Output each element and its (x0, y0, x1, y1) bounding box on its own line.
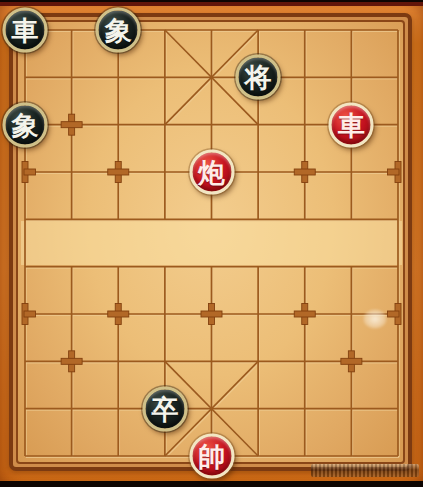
piece-glyph: 炮 (198, 158, 225, 185)
piece-black-elephant-b[interactable]: 象 (3, 102, 48, 147)
piece-black-soldier[interactable]: 卒 (142, 386, 187, 431)
piece-glyph: 将 (245, 64, 272, 91)
watermark-smudge (311, 464, 419, 477)
piece-red-cannon[interactable]: 炮 (189, 149, 234, 194)
screenshot-stage: 車象将象車炮卒帥 (0, 0, 423, 487)
piece-black-general[interactable]: 将 (236, 55, 281, 100)
piece-red-chariot[interactable]: 車 (329, 102, 374, 147)
piece-glyph: 象 (12, 111, 39, 138)
piece-black-elephant-a[interactable]: 象 (96, 8, 141, 53)
piece-glyph: 帥 (198, 442, 225, 469)
piece-red-general[interactable]: 帥 (189, 433, 234, 478)
piece-glyph: 卒 (151, 395, 178, 422)
piece-glyph: 象 (105, 17, 132, 44)
piece-glyph: 車 (338, 111, 365, 138)
piece-glyph: 車 (12, 17, 39, 44)
white-smudge (363, 309, 387, 329)
piece-black-chariot[interactable]: 車 (3, 8, 48, 53)
pieces-layer: 車象将象車炮卒帥 (0, 0, 423, 487)
